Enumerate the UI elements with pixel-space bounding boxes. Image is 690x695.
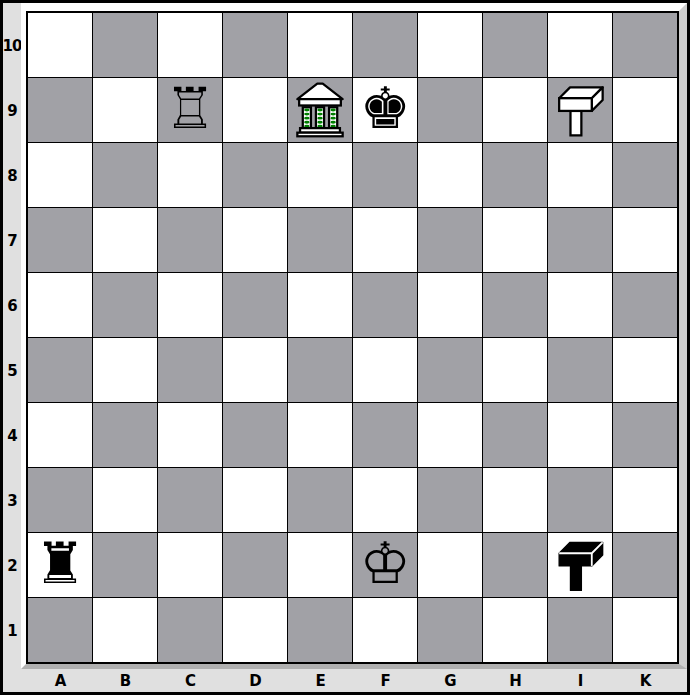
- square-a7[interactable]: [28, 208, 92, 272]
- rank-label-6: 6: [3, 273, 21, 338]
- square-i5[interactable]: [548, 338, 612, 402]
- square-e1[interactable]: [288, 598, 352, 662]
- piece-white-king[interactable]: ♔: [359, 535, 410, 592]
- file-label-b: B: [93, 669, 158, 692]
- square-e8[interactable]: [288, 143, 352, 207]
- file-label-g: G: [418, 669, 483, 692]
- square-h2[interactable]: [483, 533, 547, 597]
- square-f5[interactable]: [353, 338, 417, 402]
- square-b1[interactable]: [93, 598, 157, 662]
- square-d8[interactable]: [223, 143, 287, 207]
- square-e10[interactable]: [288, 13, 352, 77]
- square-b5[interactable]: [93, 338, 157, 402]
- square-k4[interactable]: [613, 403, 677, 467]
- square-k8[interactable]: [613, 143, 677, 207]
- square-g4[interactable]: [418, 403, 482, 467]
- square-c4[interactable]: [158, 403, 222, 467]
- square-b7[interactable]: [93, 208, 157, 272]
- square-i9[interactable]: [548, 78, 612, 142]
- square-d2[interactable]: [223, 533, 287, 597]
- square-e7[interactable]: [288, 208, 352, 272]
- file-label-k: K: [613, 669, 678, 692]
- piece-black-rook[interactable]: ♜: [34, 535, 85, 592]
- square-g7[interactable]: [418, 208, 482, 272]
- file-label-i: I: [548, 669, 613, 692]
- square-d3[interactable]: [223, 468, 287, 532]
- square-c5[interactable]: [158, 338, 222, 402]
- piece-white-rook[interactable]: ♖: [164, 80, 215, 137]
- rank-label-5: 5: [3, 338, 21, 403]
- square-c8[interactable]: [158, 143, 222, 207]
- piece-white-temple[interactable]: [291, 81, 349, 139]
- rank-labels: 10987654321: [3, 13, 21, 663]
- square-c6[interactable]: [158, 273, 222, 337]
- square-f8[interactable]: [353, 143, 417, 207]
- square-a10[interactable]: [28, 13, 92, 77]
- square-e3[interactable]: [288, 468, 352, 532]
- square-i8[interactable]: [548, 143, 612, 207]
- square-a9[interactable]: [28, 78, 92, 142]
- square-k3[interactable]: [613, 468, 677, 532]
- square-c9[interactable]: ♖: [158, 78, 222, 142]
- rank-label-8: 8: [3, 143, 21, 208]
- square-b3[interactable]: [93, 468, 157, 532]
- square-i7[interactable]: [548, 208, 612, 272]
- square-a6[interactable]: [28, 273, 92, 337]
- square-e9[interactable]: [288, 78, 352, 142]
- rank-label-3: 3: [3, 468, 21, 533]
- square-f9[interactable]: ♚: [353, 78, 417, 142]
- square-e4[interactable]: [288, 403, 352, 467]
- square-a2[interactable]: ♜: [28, 533, 92, 597]
- square-f4[interactable]: [353, 403, 417, 467]
- square-e6[interactable]: [288, 273, 352, 337]
- file-label-c: C: [158, 669, 223, 692]
- rank-label-9: 9: [3, 78, 21, 143]
- piece-black-hammer[interactable]: [551, 536, 609, 594]
- square-a5[interactable]: [28, 338, 92, 402]
- square-d7[interactable]: [223, 208, 287, 272]
- square-c7[interactable]: [158, 208, 222, 272]
- square-h4[interactable]: [483, 403, 547, 467]
- square-i4[interactable]: [548, 403, 612, 467]
- square-b2[interactable]: [93, 533, 157, 597]
- board-frame: 10987654321 ♖ ♚ ♜♔: [3, 3, 687, 692]
- square-c10[interactable]: [158, 13, 222, 77]
- square-g6[interactable]: [418, 273, 482, 337]
- rank-label-1: 1: [3, 598, 21, 663]
- board: ♖ ♚ ♜♔: [26, 11, 679, 664]
- square-i2[interactable]: [548, 533, 612, 597]
- square-d1[interactable]: [223, 598, 287, 662]
- piece-white-hammer[interactable]: [551, 81, 609, 139]
- file-labels: ABCDEFGHIK: [28, 669, 678, 692]
- square-h9[interactable]: [483, 78, 547, 142]
- square-h1[interactable]: [483, 598, 547, 662]
- square-f6[interactable]: [353, 273, 417, 337]
- square-f1[interactable]: [353, 598, 417, 662]
- square-i6[interactable]: [548, 273, 612, 337]
- square-b6[interactable]: [93, 273, 157, 337]
- square-d6[interactable]: [223, 273, 287, 337]
- square-a4[interactable]: [28, 403, 92, 467]
- rank-label-2: 2: [3, 533, 21, 598]
- square-f7[interactable]: [353, 208, 417, 272]
- square-i3[interactable]: [548, 468, 612, 532]
- square-g3[interactable]: [418, 468, 482, 532]
- square-k2[interactable]: [613, 533, 677, 597]
- game-window: 10987654321 ♖ ♚ ♜♔: [0, 0, 690, 695]
- file-label-f: F: [353, 669, 418, 692]
- square-c3[interactable]: [158, 468, 222, 532]
- square-e5[interactable]: [288, 338, 352, 402]
- square-h10[interactable]: [483, 13, 547, 77]
- square-h6[interactable]: [483, 273, 547, 337]
- square-k6[interactable]: [613, 273, 677, 337]
- rank-label-4: 4: [3, 403, 21, 468]
- square-k5[interactable]: [613, 338, 677, 402]
- square-d10[interactable]: [223, 13, 287, 77]
- square-h7[interactable]: [483, 208, 547, 272]
- square-c1[interactable]: [158, 598, 222, 662]
- file-label-a: A: [28, 669, 93, 692]
- square-a3[interactable]: [28, 468, 92, 532]
- square-k1[interactable]: [613, 598, 677, 662]
- rank-label-10: 10: [3, 13, 21, 78]
- square-d5[interactable]: [223, 338, 287, 402]
- rank-label-7: 7: [3, 208, 21, 273]
- file-label-h: H: [483, 669, 548, 692]
- square-h5[interactable]: [483, 338, 547, 402]
- square-b4[interactable]: [93, 403, 157, 467]
- square-g5[interactable]: [418, 338, 482, 402]
- square-f10[interactable]: [353, 13, 417, 77]
- square-g9[interactable]: [418, 78, 482, 142]
- square-f2[interactable]: ♔: [353, 533, 417, 597]
- square-b8[interactable]: [93, 143, 157, 207]
- square-a8[interactable]: [28, 143, 92, 207]
- square-d4[interactable]: [223, 403, 287, 467]
- square-g10[interactable]: [418, 13, 482, 77]
- board-bevel: ♖ ♚ ♜♔: [21, 3, 687, 669]
- square-h3[interactable]: [483, 468, 547, 532]
- square-g8[interactable]: [418, 143, 482, 207]
- square-k9[interactable]: [613, 78, 677, 142]
- square-d9[interactable]: [223, 78, 287, 142]
- square-g1[interactable]: [418, 598, 482, 662]
- piece-black-king[interactable]: ♚: [359, 80, 410, 137]
- square-i10[interactable]: [548, 13, 612, 77]
- square-i1[interactable]: [548, 598, 612, 662]
- file-label-e: E: [288, 669, 353, 692]
- square-b9[interactable]: [93, 78, 157, 142]
- square-a1[interactable]: [28, 598, 92, 662]
- square-k7[interactable]: [613, 208, 677, 272]
- square-b10[interactable]: [93, 13, 157, 77]
- square-f3[interactable]: [353, 468, 417, 532]
- square-e2[interactable]: [288, 533, 352, 597]
- square-c2[interactable]: [158, 533, 222, 597]
- square-k10[interactable]: [613, 13, 677, 77]
- square-g2[interactable]: [418, 533, 482, 597]
- square-h8[interactable]: [483, 143, 547, 207]
- file-label-d: D: [223, 669, 288, 692]
